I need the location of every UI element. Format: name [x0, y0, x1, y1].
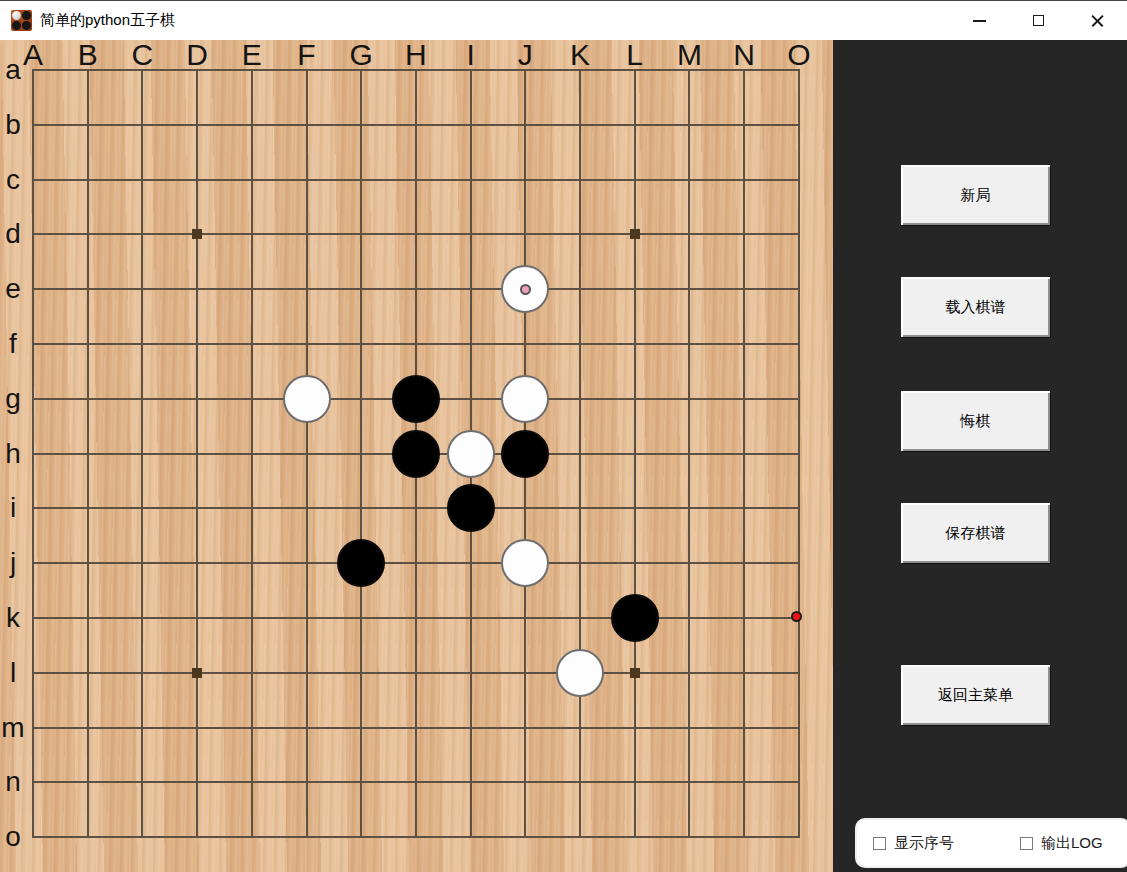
maximize-button[interactable] [1009, 1, 1068, 40]
star-point [192, 668, 202, 678]
board-column-label: D [177, 42, 217, 68]
stone-black [337, 539, 385, 587]
minimize-icon [973, 20, 986, 22]
grid-line [32, 672, 800, 674]
board-row-label: b [0, 110, 26, 140]
board-row-label: c [0, 165, 26, 195]
board-row-label: d [0, 219, 26, 249]
grid-line [32, 617, 800, 619]
board-row-label: j [0, 548, 26, 578]
show-move-numbers-checkbox[interactable]: 显示序号 [873, 820, 954, 866]
stone-black [392, 430, 440, 478]
load-record-button[interactable]: 载入棋谱 [901, 277, 1050, 337]
stone-black [501, 430, 549, 478]
board-row-label: m [0, 713, 26, 743]
close-icon [1090, 13, 1105, 28]
output-log-checkbox[interactable]: 输出LOG [1020, 820, 1103, 866]
stone-black [447, 484, 495, 532]
star-point [630, 668, 640, 678]
stone-white [501, 375, 549, 423]
board-row-label: l [0, 658, 26, 688]
board-row-label: o [0, 822, 26, 852]
minimize-button[interactable] [950, 1, 1009, 40]
stone-black [611, 594, 659, 642]
grid-line [798, 69, 800, 838]
board-column-label: I [451, 42, 491, 68]
window-controls [950, 1, 1127, 40]
board-column-label: C [122, 42, 162, 68]
grid-line [634, 69, 636, 838]
stone-white [556, 649, 604, 697]
save-record-button[interactable]: 保存棋谱 [901, 503, 1050, 563]
board-row-label: i [0, 493, 26, 523]
stone-white [283, 375, 331, 423]
board-row-label: n [0, 767, 26, 797]
stone-white [447, 430, 495, 478]
back-to-menu-button[interactable]: 返回主菜单 [901, 665, 1050, 725]
checkbox-label: 输出LOG [1041, 834, 1103, 853]
checkbox-label: 显示序号 [894, 834, 954, 853]
board-row-label: k [0, 603, 26, 633]
app-window: 简单的python五子棋 AaBbCcDdEeFfGgHhIiJjKkLlMmN… [0, 0, 1127, 872]
icon-black-stone [22, 21, 31, 30]
board-column-label: E [232, 42, 272, 68]
grid-line [32, 562, 800, 564]
titlebar: 简单的python五子棋 [0, 1, 1127, 40]
grid-line [688, 69, 690, 838]
board-column-label: B [68, 42, 108, 68]
cursor-dot [791, 611, 802, 622]
checkbox-unchecked-icon [1020, 837, 1033, 850]
checkbox-unchecked-icon [873, 837, 886, 850]
stone-white [501, 539, 549, 587]
board-column-label: G [341, 42, 381, 68]
board-column-label: H [396, 42, 436, 68]
stone-black [392, 375, 440, 423]
window-title: 简单的python五子棋 [40, 11, 175, 30]
icon-black-stone [12, 21, 21, 30]
board-row-label: e [0, 274, 26, 304]
grid-line [32, 836, 800, 838]
new-game-button[interactable]: 新局 [901, 165, 1050, 225]
sidebar: 新局 载入棋谱 悔棋 保存棋谱 返回主菜单 [833, 40, 1127, 872]
board-column-label: L [615, 42, 655, 68]
icon-white-stone [12, 11, 21, 20]
grid-line [743, 69, 745, 838]
close-button[interactable] [1068, 1, 1127, 40]
last-move-marker [520, 284, 531, 295]
maximize-icon [1033, 15, 1044, 26]
icon-black-stone [22, 11, 31, 20]
grid-line [32, 781, 800, 783]
board-column-label: O [779, 42, 819, 68]
board[interactable]: AaBbCcDdEeFfGgHhIiJjKkLlMmNnOo [0, 40, 833, 872]
board-column-label: M [669, 42, 709, 68]
board-column-label: N [724, 42, 764, 68]
board-row-label: h [0, 439, 26, 469]
grid-line [579, 69, 581, 838]
footer-panel: 显示序号 输出LOG [855, 818, 1127, 868]
app-icon [11, 10, 32, 31]
board-row-label: f [0, 329, 26, 359]
star-point [192, 229, 202, 239]
board-column-label: F [287, 42, 327, 68]
grid-line [32, 507, 800, 509]
board-row-label: a [0, 55, 26, 85]
board-column-label: K [560, 42, 600, 68]
star-point [630, 229, 640, 239]
board-row-label: g [0, 384, 26, 414]
stone-white [501, 265, 549, 313]
undo-button[interactable]: 悔棋 [901, 391, 1050, 451]
board-column-label: J [505, 42, 545, 68]
grid-line [32, 727, 800, 729]
